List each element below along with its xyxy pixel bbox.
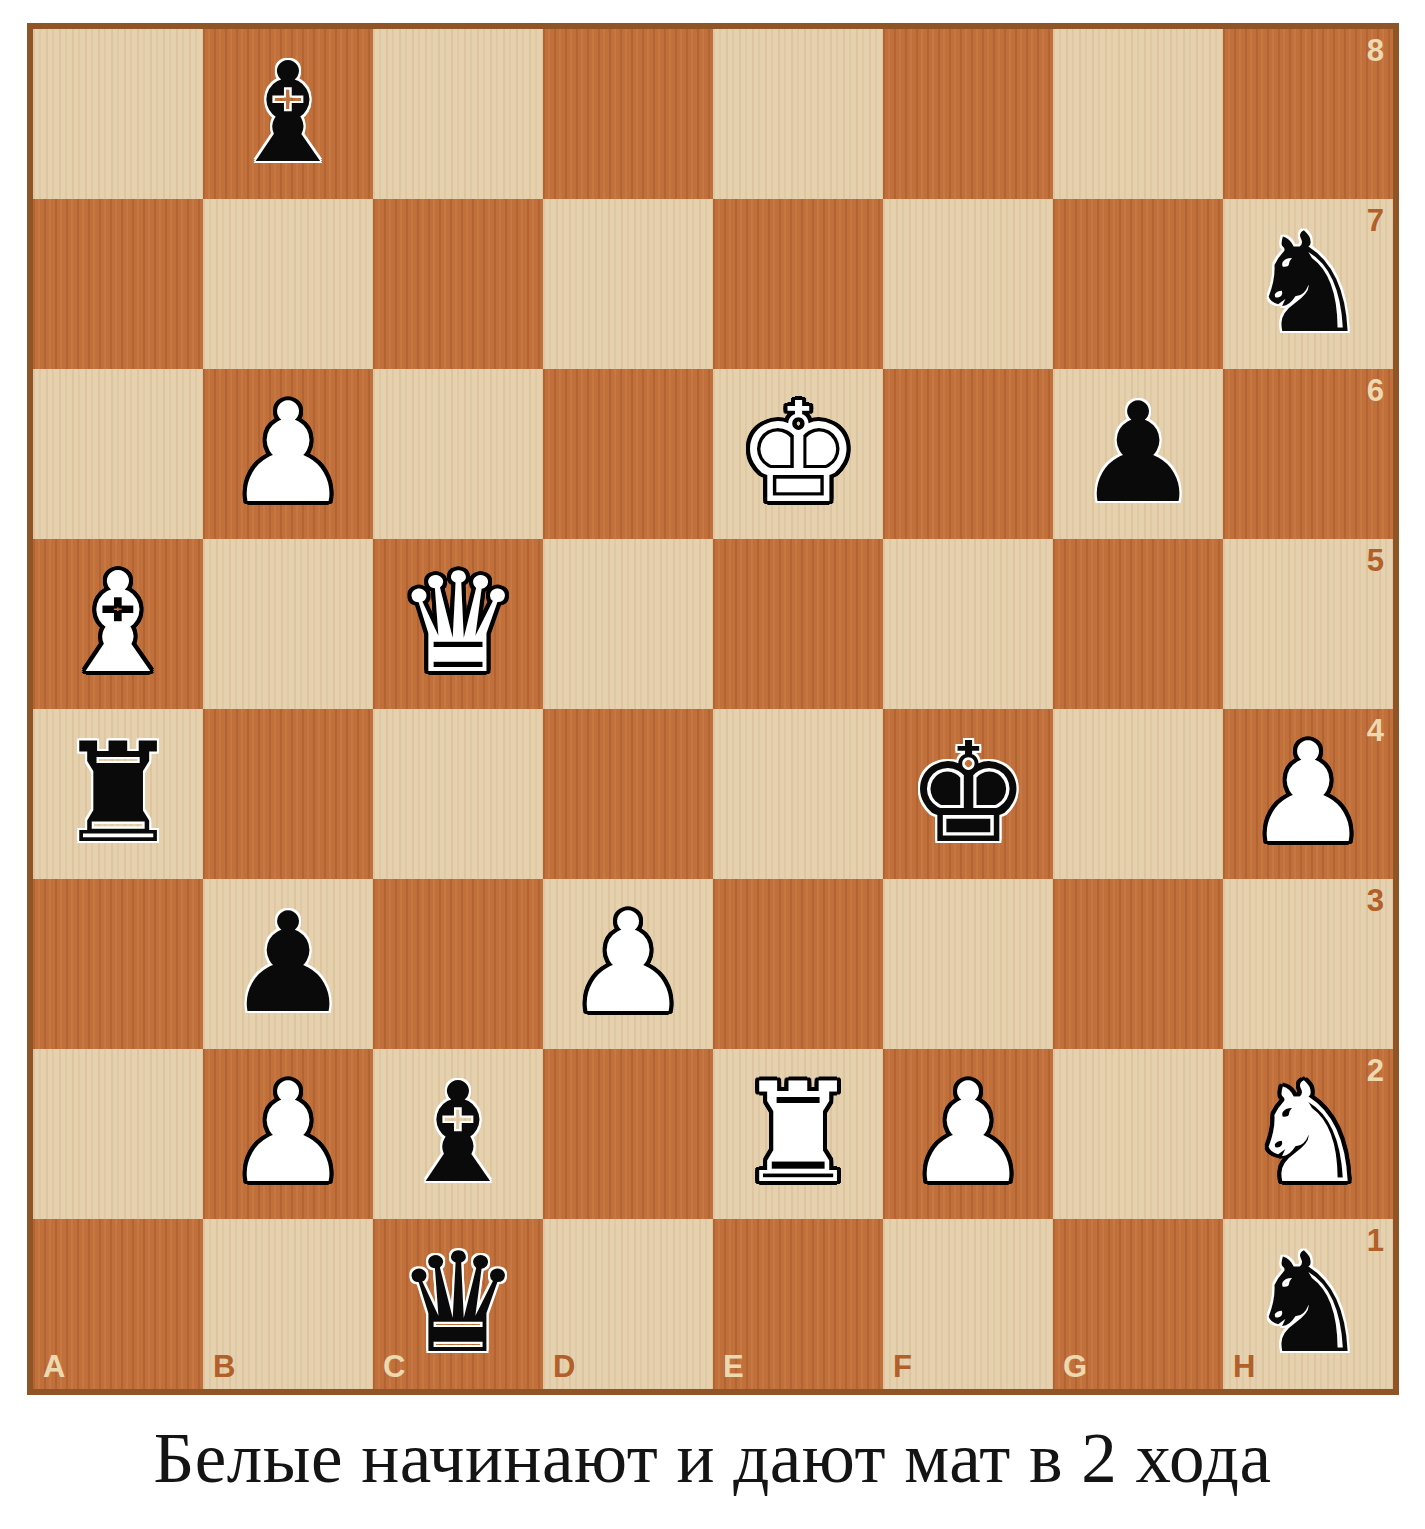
square-h5[interactable]: 5 [1223, 539, 1393, 709]
square-c6[interactable] [373, 369, 543, 539]
board-grid: ♝87♞♟♚♟6♝♛5♜♚4♟♟♟3♟♝♜♟2♞ABC♛DEFG1H♞ [33, 29, 1393, 1389]
square-g2[interactable] [1053, 1049, 1223, 1219]
white-bishop-a5: ♝ [33, 539, 203, 709]
square-c1[interactable]: C♛ [373, 1219, 543, 1389]
rank-label-7: 7 [1367, 205, 1384, 236]
square-c5[interactable]: ♛ [373, 539, 543, 709]
square-c7[interactable] [373, 199, 543, 369]
square-g7[interactable] [1053, 199, 1223, 369]
square-f8[interactable] [883, 29, 1053, 199]
square-d7[interactable] [543, 199, 713, 369]
rank-label-4: 4 [1367, 715, 1384, 746]
square-d1[interactable]: D [543, 1219, 713, 1389]
rank-label-3: 3 [1367, 885, 1384, 916]
white-pawn-h4: ♟ [1223, 709, 1393, 879]
square-b2[interactable]: ♟ [203, 1049, 373, 1219]
square-g4[interactable] [1053, 709, 1223, 879]
black-bishop-b8: ♝ [203, 29, 373, 199]
white-pawn-b6: ♟ [203, 369, 373, 539]
square-c8[interactable] [373, 29, 543, 199]
square-c2[interactable]: ♝ [373, 1049, 543, 1219]
square-d6[interactable] [543, 369, 713, 539]
square-d4[interactable] [543, 709, 713, 879]
black-knight-h7: ♞ [1223, 199, 1393, 369]
rank-label-8: 8 [1367, 35, 1384, 66]
file-label-g: G [1063, 1351, 1087, 1382]
square-e7[interactable] [713, 199, 883, 369]
square-e1[interactable]: E [713, 1219, 883, 1389]
square-d5[interactable] [543, 539, 713, 709]
square-a5[interactable]: ♝ [33, 539, 203, 709]
square-g5[interactable] [1053, 539, 1223, 709]
square-c4[interactable] [373, 709, 543, 879]
square-h6[interactable]: 6 [1223, 369, 1393, 539]
square-e6[interactable]: ♚ [713, 369, 883, 539]
square-h8[interactable]: 8 [1223, 29, 1393, 199]
puzzle-caption: Белые начинают и дают мат в 2 хода [0, 1418, 1425, 1499]
black-queen-c1: ♛ [373, 1219, 543, 1389]
black-pawn-g6: ♟ [1053, 369, 1223, 539]
white-pawn-d3: ♟ [543, 879, 713, 1049]
square-f1[interactable]: F [883, 1219, 1053, 1389]
rank-label-6: 6 [1367, 375, 1384, 406]
square-a4[interactable]: ♜ [33, 709, 203, 879]
square-a6[interactable] [33, 369, 203, 539]
white-knight-h2: ♞ [1223, 1049, 1393, 1219]
white-rook-e2: ♜ [713, 1049, 883, 1219]
square-e5[interactable] [713, 539, 883, 709]
square-e8[interactable] [713, 29, 883, 199]
square-h2[interactable]: 2♞ [1223, 1049, 1393, 1219]
square-f5[interactable] [883, 539, 1053, 709]
rank-label-2: 2 [1367, 1055, 1384, 1086]
square-b3[interactable]: ♟ [203, 879, 373, 1049]
square-d3[interactable]: ♟ [543, 879, 713, 1049]
rank-label-5: 5 [1367, 545, 1384, 576]
square-a8[interactable] [33, 29, 203, 199]
rank-label-1: 1 [1367, 1225, 1384, 1256]
square-a3[interactable] [33, 879, 203, 1049]
square-a7[interactable] [33, 199, 203, 369]
square-b7[interactable] [203, 199, 373, 369]
black-bishop-c2: ♝ [373, 1049, 543, 1219]
square-e3[interactable] [713, 879, 883, 1049]
file-label-b: B [213, 1351, 235, 1382]
square-h1[interactable]: 1H♞ [1223, 1219, 1393, 1389]
square-f2[interactable]: ♟ [883, 1049, 1053, 1219]
file-label-d: D [553, 1351, 575, 1382]
square-g8[interactable] [1053, 29, 1223, 199]
square-a2[interactable] [33, 1049, 203, 1219]
file-label-f: F [893, 1351, 912, 1382]
square-d8[interactable] [543, 29, 713, 199]
square-g1[interactable]: G [1053, 1219, 1223, 1389]
square-c3[interactable] [373, 879, 543, 1049]
square-h4[interactable]: 4♟ [1223, 709, 1393, 879]
square-e2[interactable]: ♜ [713, 1049, 883, 1219]
square-g6[interactable]: ♟ [1053, 369, 1223, 539]
file-label-e: E [723, 1351, 744, 1382]
square-d2[interactable] [543, 1049, 713, 1219]
square-f7[interactable] [883, 199, 1053, 369]
square-f6[interactable] [883, 369, 1053, 539]
square-b6[interactable]: ♟ [203, 369, 373, 539]
square-g3[interactable] [1053, 879, 1223, 1049]
black-knight-h1: ♞ [1223, 1219, 1393, 1389]
white-pawn-b2: ♟ [203, 1049, 373, 1219]
file-label-h: H [1233, 1351, 1255, 1382]
square-e4[interactable] [713, 709, 883, 879]
black-rook-a4: ♜ [33, 709, 203, 879]
square-f3[interactable] [883, 879, 1053, 1049]
square-b1[interactable]: B [203, 1219, 373, 1389]
square-b8[interactable]: ♝ [203, 29, 373, 199]
file-label-a: A [43, 1351, 65, 1382]
white-pawn-f2: ♟ [883, 1049, 1053, 1219]
white-king-e6: ♚ [713, 369, 883, 539]
file-label-c: C [383, 1351, 405, 1382]
white-queen-c5: ♛ [373, 539, 543, 709]
chess-board: ♝87♞♟♚♟6♝♛5♜♚4♟♟♟3♟♝♜♟2♞ABC♛DEFG1H♞ [27, 23, 1399, 1395]
square-h7[interactable]: 7♞ [1223, 199, 1393, 369]
square-b5[interactable] [203, 539, 373, 709]
square-f4[interactable]: ♚ [883, 709, 1053, 879]
square-a1[interactable]: A [33, 1219, 203, 1389]
black-pawn-b3: ♟ [203, 879, 373, 1049]
square-b4[interactable] [203, 709, 373, 879]
black-king-f4: ♚ [883, 709, 1053, 879]
square-h3[interactable]: 3 [1223, 879, 1393, 1049]
